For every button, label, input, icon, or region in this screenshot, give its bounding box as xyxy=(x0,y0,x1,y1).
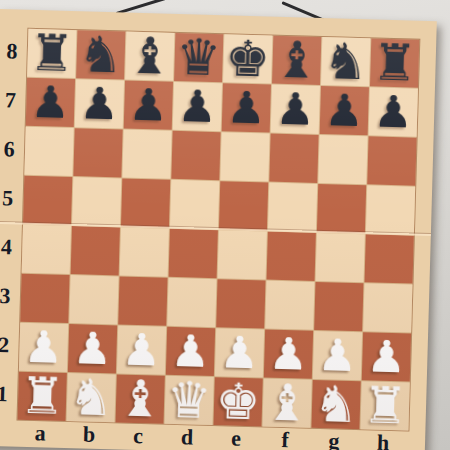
square-b6[interactable] xyxy=(73,128,122,177)
piece-black-pawn: ♟ xyxy=(79,81,120,126)
square-g3[interactable] xyxy=(314,282,363,331)
square-b5[interactable] xyxy=(72,177,121,226)
piece-black-knight: ♞ xyxy=(323,36,369,87)
square-f7[interactable]: ♟ xyxy=(271,85,320,134)
file-label-d: d xyxy=(163,424,212,450)
square-e5[interactable] xyxy=(219,181,268,230)
rank-label-2: 2 xyxy=(0,321,17,370)
square-h1[interactable]: ♜ xyxy=(360,381,409,430)
square-f6[interactable] xyxy=(269,134,318,183)
piece-black-rook: ♜ xyxy=(372,37,418,88)
piece-black-queen: ♛ xyxy=(176,32,222,83)
file-label-b: b xyxy=(65,421,114,448)
piece-white-pawn: ♟ xyxy=(170,329,211,374)
piece-black-pawn: ♟ xyxy=(275,87,316,132)
square-f4[interactable] xyxy=(267,232,316,281)
piece-black-knight: ♞ xyxy=(78,29,124,80)
piece-white-pawn: ♟ xyxy=(366,334,407,379)
piece-black-pawn: ♟ xyxy=(226,85,267,130)
square-a7[interactable]: ♟ xyxy=(26,78,75,127)
piece-white-pawn: ♟ xyxy=(268,332,309,377)
square-e2[interactable]: ♟ xyxy=(215,328,264,377)
square-d8[interactable]: ♛ xyxy=(174,33,223,82)
square-g8[interactable]: ♞ xyxy=(321,37,370,86)
rank-label-8: 8 xyxy=(0,27,25,76)
piece-white-pawn: ♟ xyxy=(317,333,358,378)
square-h8[interactable]: ♜ xyxy=(370,38,419,87)
square-h5[interactable] xyxy=(366,185,415,234)
square-b2[interactable]: ♟ xyxy=(68,324,117,373)
rank-label-6: 6 xyxy=(0,125,23,174)
square-c2[interactable]: ♟ xyxy=(117,325,166,374)
square-b7[interactable]: ♟ xyxy=(75,79,124,128)
rank-label-1: 1 xyxy=(0,370,16,419)
square-c4[interactable] xyxy=(120,227,169,276)
photo-background: ♜♞♝♛♚♝♞♜♟♟♟♟♟♟♟♟♟♟♟♟♟♟♟♟♜♞♝♛♚♝♞♜ 8765432… xyxy=(0,0,450,450)
square-f2[interactable]: ♟ xyxy=(264,330,313,379)
square-g7[interactable]: ♟ xyxy=(320,86,369,135)
file-label-e: e xyxy=(212,425,261,450)
square-c7[interactable]: ♟ xyxy=(124,81,173,130)
file-label-g: g xyxy=(310,428,359,450)
square-b1[interactable]: ♞ xyxy=(67,373,116,422)
rank-label-5: 5 xyxy=(0,174,21,223)
square-a3[interactable] xyxy=(20,274,69,323)
square-a1[interactable]: ♜ xyxy=(18,372,67,421)
square-e1[interactable]: ♚ xyxy=(213,377,262,426)
piece-black-rook: ♜ xyxy=(29,28,75,79)
piece-white-rook: ♜ xyxy=(362,380,408,431)
square-f3[interactable] xyxy=(265,281,314,330)
square-f5[interactable] xyxy=(268,183,317,232)
square-e3[interactable] xyxy=(216,279,265,328)
rank-label-7: 7 xyxy=(0,76,24,125)
piece-white-bishop: ♝ xyxy=(264,378,310,429)
square-a2[interactable]: ♟ xyxy=(19,323,68,372)
file-label-a: a xyxy=(16,420,65,447)
square-e6[interactable] xyxy=(220,132,269,181)
piece-black-bishop: ♝ xyxy=(127,31,173,82)
square-a8[interactable]: ♜ xyxy=(27,29,76,78)
piece-black-pawn: ♟ xyxy=(324,88,365,133)
square-h7[interactable]: ♟ xyxy=(369,87,418,136)
piece-black-king: ♚ xyxy=(225,33,271,84)
square-h4[interactable] xyxy=(365,234,414,283)
piece-white-king: ♚ xyxy=(215,376,261,427)
square-a5[interactable] xyxy=(23,176,72,225)
piece-white-pawn: ♟ xyxy=(121,328,162,373)
square-b3[interactable] xyxy=(69,275,118,324)
square-h6[interactable] xyxy=(367,136,416,185)
piece-black-pawn: ♟ xyxy=(128,83,169,128)
piece-black-bishop: ♝ xyxy=(274,35,320,86)
square-e8[interactable]: ♚ xyxy=(223,34,272,83)
square-b4[interactable] xyxy=(71,226,120,275)
demonstration-chessboard: ♜♞♝♛♚♝♞♜♟♟♟♟♟♟♟♟♟♟♟♟♟♟♟♟♜♞♝♛♚♝♞♜ 8765432… xyxy=(0,9,437,450)
square-c5[interactable] xyxy=(121,178,170,227)
square-c3[interactable] xyxy=(118,276,167,325)
square-d3[interactable] xyxy=(167,278,216,327)
rank-label-4: 4 xyxy=(0,223,20,272)
rank-label-3: 3 xyxy=(0,272,19,321)
square-d6[interactable] xyxy=(171,131,220,180)
square-b8[interactable]: ♞ xyxy=(76,30,125,79)
piece-white-knight: ♞ xyxy=(68,372,114,423)
square-d5[interactable] xyxy=(170,180,219,229)
piece-white-queen: ♛ xyxy=(166,375,212,426)
piece-white-pawn: ♟ xyxy=(219,330,260,375)
file-label-f: f xyxy=(261,426,310,450)
piece-white-rook: ♜ xyxy=(19,371,65,422)
piece-white-pawn: ♟ xyxy=(23,325,64,370)
square-g5[interactable] xyxy=(317,184,366,233)
square-g2[interactable]: ♟ xyxy=(313,331,362,380)
piece-black-pawn: ♟ xyxy=(373,89,414,134)
piece-white-knight: ♞ xyxy=(313,379,359,430)
square-f1[interactable]: ♝ xyxy=(262,379,311,428)
board-grid: ♜♞♝♛♚♝♞♜♟♟♟♟♟♟♟♟♟♟♟♟♟♟♟♟♜♞♝♛♚♝♞♜ xyxy=(17,28,421,432)
square-e4[interactable] xyxy=(218,230,267,279)
square-d4[interactable] xyxy=(169,229,218,278)
square-a4[interactable] xyxy=(22,225,71,274)
square-c8[interactable]: ♝ xyxy=(125,32,174,81)
square-h3[interactable] xyxy=(363,283,412,332)
square-d7[interactable]: ♟ xyxy=(173,82,222,131)
square-c6[interactable] xyxy=(122,130,171,179)
piece-black-pawn: ♟ xyxy=(30,80,71,125)
piece-white-pawn: ♟ xyxy=(72,326,113,371)
square-f8[interactable]: ♝ xyxy=(272,36,321,85)
file-label-c: c xyxy=(114,422,163,449)
square-c1[interactable]: ♝ xyxy=(116,374,165,423)
square-e7[interactable]: ♟ xyxy=(222,83,271,132)
square-g1[interactable]: ♞ xyxy=(311,380,360,429)
piece-black-pawn: ♟ xyxy=(177,84,218,129)
square-d1[interactable]: ♛ xyxy=(164,376,213,425)
file-label-h: h xyxy=(359,429,408,450)
square-g4[interactable] xyxy=(316,233,365,282)
square-h2[interactable]: ♟ xyxy=(362,332,411,381)
square-d2[interactable]: ♟ xyxy=(166,327,215,376)
square-g6[interactable] xyxy=(318,135,367,184)
square-a6[interactable] xyxy=(24,127,73,176)
piece-white-bishop: ♝ xyxy=(117,373,163,424)
